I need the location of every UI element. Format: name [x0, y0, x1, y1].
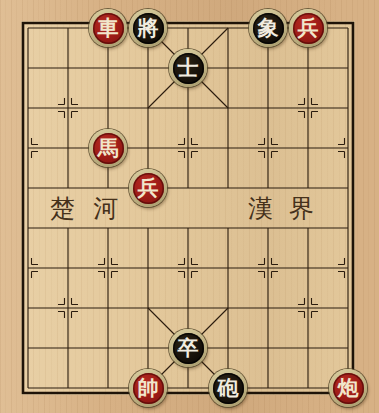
- piece-black-elephant[interactable]: 象: [249, 9, 287, 47]
- piece-glyph: 兵: [298, 17, 319, 38]
- river-char: 漢: [248, 196, 273, 221]
- piece-face: 兵: [133, 173, 164, 204]
- piece-black-advisor[interactable]: 士: [169, 49, 207, 87]
- river-char: 河: [93, 196, 118, 221]
- piece-face: 砲: [213, 373, 244, 404]
- piece-red-chariot[interactable]: 車: [89, 9, 127, 47]
- piece-face: 士: [173, 53, 204, 84]
- piece-glyph: 兵: [138, 177, 159, 198]
- piece-glyph: 帥: [138, 377, 159, 398]
- piece-glyph: 砲: [218, 377, 239, 398]
- river-char: 界: [289, 196, 314, 221]
- piece-face: 將: [133, 13, 164, 44]
- river-char: 楚: [50, 196, 75, 221]
- piece-face: 馬: [93, 133, 124, 164]
- piece-black-general[interactable]: 將: [129, 9, 167, 47]
- piece-glyph: 車: [98, 17, 119, 38]
- piece-glyph: 將: [138, 17, 159, 38]
- piece-glyph: 馬: [98, 137, 119, 158]
- piece-black-cannon[interactable]: 砲: [209, 369, 247, 407]
- piece-face: 車: [93, 13, 124, 44]
- piece-face: 兵: [293, 13, 324, 44]
- piece-face: 卒: [173, 333, 204, 364]
- piece-red-soldier-b[interactable]: 兵: [129, 169, 167, 207]
- piece-glyph: 象: [258, 17, 279, 38]
- piece-red-general[interactable]: 帥: [129, 369, 167, 407]
- piece-black-soldier[interactable]: 卒: [169, 329, 207, 367]
- piece-red-soldier-a[interactable]: 兵: [289, 9, 327, 47]
- piece-face: 炮: [333, 373, 364, 404]
- piece-red-cannon[interactable]: 炮: [329, 369, 367, 407]
- xiangqi-app: 楚 河 漢 界 車將象兵士馬兵卒帥砲炮: [0, 0, 379, 413]
- river-label-left: 楚 河: [50, 193, 118, 223]
- piece-glyph: 士: [178, 57, 199, 78]
- piece-face: 帥: [133, 373, 164, 404]
- piece-red-horse[interactable]: 馬: [89, 129, 127, 167]
- piece-glyph: 炮: [338, 377, 359, 398]
- river-label-right: 漢 界: [248, 193, 314, 223]
- piece-face: 象: [253, 13, 284, 44]
- piece-glyph: 卒: [178, 337, 199, 358]
